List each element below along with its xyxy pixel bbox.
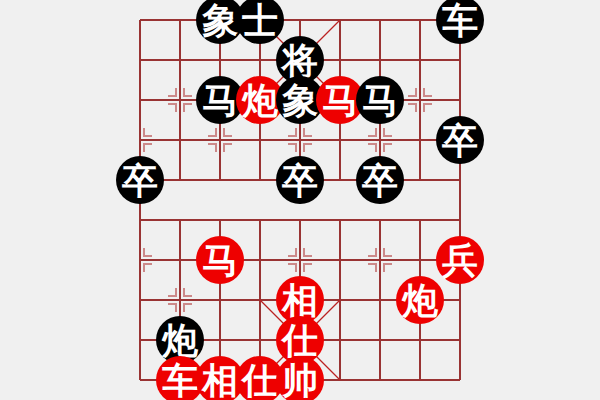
black-soldier[interactable]: 卒 (356, 156, 404, 204)
red-horse[interactable]: 马 (196, 236, 244, 284)
black-chariot[interactable]: 车 (436, 0, 484, 44)
xiangqi-board[interactable]: 象士车将马炮象马马卒卒卒卒马兵相炮炮仕车相仕帅 (120, 0, 480, 400)
red-general[interactable]: 帅 (276, 356, 324, 400)
black-soldier[interactable]: 卒 (276, 156, 324, 204)
black-horse[interactable]: 马 (356, 76, 404, 124)
xiangqi-app: 象士车将马炮象马马卒卒卒卒马兵相炮炮仕车相仕帅 (0, 0, 600, 400)
black-soldier[interactable]: 卒 (116, 156, 164, 204)
black-advisor[interactable]: 士 (236, 0, 284, 44)
red-cannon[interactable]: 炮 (396, 276, 444, 324)
red-soldier[interactable]: 兵 (436, 236, 484, 284)
black-soldier[interactable]: 卒 (436, 116, 484, 164)
